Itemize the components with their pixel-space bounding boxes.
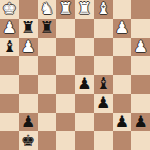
square-e2[interactable] [75,113,94,132]
square-d6[interactable] [56,38,75,57]
square-f5[interactable] [94,56,113,75]
square-b3[interactable] [19,94,38,113]
piece-white-rook[interactable]: ♜ [58,1,72,17]
piece-black-king[interactable]: ♚ [21,133,35,149]
square-g4[interactable] [113,75,132,94]
square-e4[interactable]: ♟ [75,75,94,94]
square-h6[interactable]: ♟ [131,38,150,57]
square-e1[interactable] [75,131,94,150]
square-f3[interactable]: ♟ [94,94,113,113]
square-d1[interactable] [56,131,75,150]
piece-white-pawn[interactable]: ♟ [2,20,16,36]
square-g3[interactable] [113,94,132,113]
square-g8[interactable] [113,0,132,19]
square-b6[interactable]: ♟ [19,38,38,57]
square-a3[interactable] [0,94,19,113]
piece-black-rook[interactable]: ♜ [40,20,54,36]
square-e6[interactable] [75,38,94,57]
square-d7[interactable] [56,19,75,38]
square-d8[interactable]: ♜ [56,0,75,19]
piece-white-rook[interactable]: ♜ [77,1,91,17]
piece-white-pawn[interactable]: ♟ [133,39,147,55]
square-f4[interactable]: ♝ [94,75,113,94]
square-d5[interactable] [56,56,75,75]
square-h3[interactable] [131,94,150,113]
square-b8[interactable] [19,0,38,19]
square-c4[interactable] [38,75,57,94]
square-a6[interactable]: ♝ [0,38,19,57]
square-d2[interactable] [56,113,75,132]
piece-black-pawn[interactable]: ♟ [133,114,147,130]
square-a1[interactable] [0,131,19,150]
square-a7[interactable]: ♟ [0,19,19,38]
square-b7[interactable]: ♜ [19,19,38,38]
piece-black-bishop[interactable]: ♝ [96,76,110,92]
square-c2[interactable] [38,113,57,132]
square-f6[interactable] [94,38,113,57]
square-a8[interactable]: ♚ [0,0,19,19]
square-e5[interactable] [75,56,94,75]
square-b1[interactable]: ♚ [19,131,38,150]
piece-white-pawn[interactable]: ♟ [21,39,35,55]
piece-black-pawn[interactable]: ♟ [21,114,35,130]
square-g2[interactable]: ♟ [113,113,132,132]
piece-black-pawn[interactable]: ♟ [77,76,91,92]
square-a2[interactable] [0,113,19,132]
square-c5[interactable] [38,56,57,75]
square-g6[interactable] [113,38,132,57]
square-b2[interactable]: ♟ [19,113,38,132]
square-g7[interactable]: ♟ [113,19,132,38]
piece-white-bishop[interactable]: ♝ [96,1,110,17]
square-h5[interactable] [131,56,150,75]
square-c3[interactable] [38,94,57,113]
square-e7[interactable] [75,19,94,38]
square-d3[interactable] [56,94,75,113]
square-b5[interactable] [19,56,38,75]
square-g5[interactable] [113,56,132,75]
square-b4[interactable] [19,75,38,94]
square-h7[interactable] [131,19,150,38]
square-h4[interactable] [131,75,150,94]
piece-black-bishop[interactable]: ♝ [2,39,16,55]
square-f7[interactable] [94,19,113,38]
square-h1[interactable] [131,131,150,150]
piece-white-knight[interactable]: ♞ [40,1,54,17]
square-c8[interactable]: ♞ [38,0,57,19]
square-h2[interactable]: ♟ [131,113,150,132]
square-e3[interactable] [75,94,94,113]
square-f1[interactable] [94,131,113,150]
square-d4[interactable] [56,75,75,94]
square-f2[interactable] [94,113,113,132]
square-c1[interactable] [38,131,57,150]
chess-board: ♚♞♜♜♝♟♜♜♟♝♟♟♟♝♟♟♟♟♚ [0,0,150,150]
square-g1[interactable] [113,131,132,150]
piece-white-pawn[interactable]: ♟ [115,20,129,36]
square-c6[interactable] [38,38,57,57]
piece-white-king[interactable]: ♚ [2,1,16,17]
piece-black-pawn[interactable]: ♟ [96,95,110,111]
square-f8[interactable]: ♝ [94,0,113,19]
square-a5[interactable] [0,56,19,75]
square-h8[interactable] [131,0,150,19]
square-e8[interactable]: ♜ [75,0,94,19]
piece-black-rook[interactable]: ♜ [21,20,35,36]
square-c7[interactable]: ♜ [38,19,57,38]
square-a4[interactable] [0,75,19,94]
piece-black-pawn[interactable]: ♟ [115,114,129,130]
